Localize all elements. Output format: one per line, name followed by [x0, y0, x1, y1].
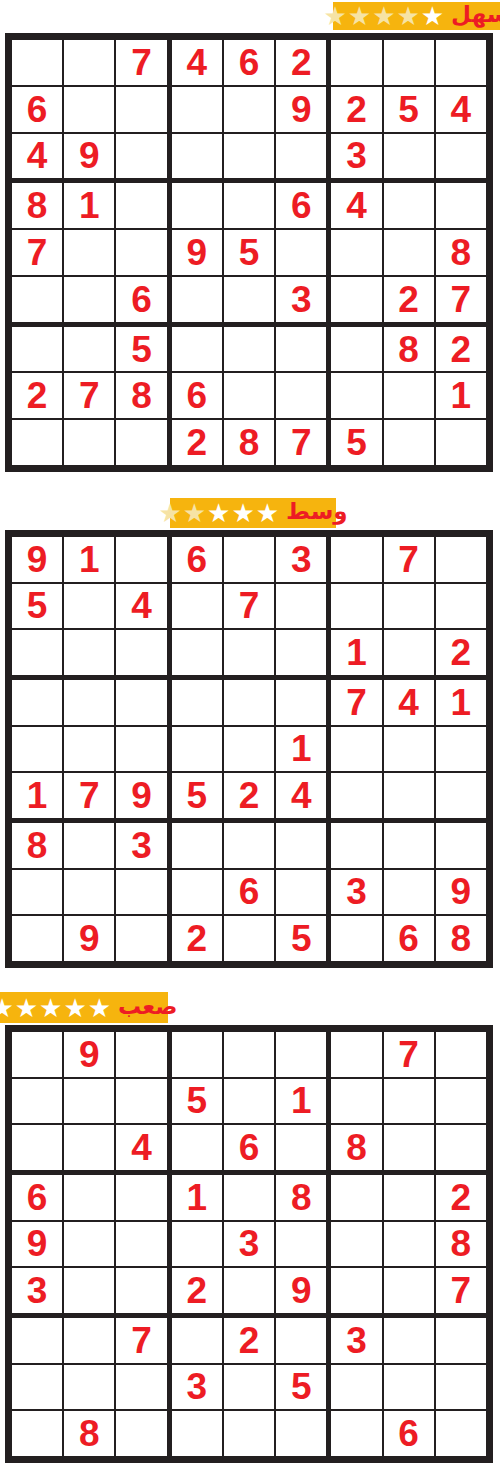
easy-cell-r6c8[interactable]: 2: [384, 277, 434, 322]
medium-cell-r5c5[interactable]: [224, 727, 274, 772]
easy-cell-r9c2[interactable]: [64, 420, 114, 465]
easy-cell-r9c1[interactable]: [12, 420, 62, 465]
easy-cell-r6c5[interactable]: [224, 277, 274, 322]
sudoku-box-7: 839: [12, 823, 167, 961]
hard-cell-r2c8[interactable]: [384, 1079, 434, 1124]
hard-cell-r9c8[interactable]: 6: [384, 1411, 434, 1456]
hard-cell-r4c5[interactable]: [224, 1175, 274, 1220]
medium-cell-r2c6[interactable]: [276, 584, 326, 629]
medium-cell-r6c4[interactable]: 5: [172, 773, 222, 818]
hard-cell-r3c2[interactable]: [64, 1125, 114, 1170]
medium-cell-r8c9[interactable]: 9: [436, 870, 486, 915]
medium-cell-r7c5[interactable]: [224, 823, 274, 868]
sudoku-box-4: 8176: [12, 183, 167, 321]
medium-cell-r6c8[interactable]: [384, 773, 434, 818]
star-icon: ★: [231, 499, 254, 527]
sudoku-box-5: 6953: [172, 183, 327, 321]
hard-cell-r2c4[interactable]: 5: [172, 1079, 222, 1124]
hard-cell-r4c9[interactable]: 2: [436, 1175, 486, 1220]
medium-cell-r8c5[interactable]: 6: [224, 870, 274, 915]
medium-cell-r8c1[interactable]: [12, 870, 62, 915]
sudoku-box-1: 94: [12, 1032, 167, 1170]
medium-cell-r4c4[interactable]: [172, 680, 222, 725]
medium-cell-r2c9[interactable]: [436, 584, 486, 629]
medium-cell-r5c4[interactable]: [172, 727, 222, 772]
medium-cell-r3c4[interactable]: [172, 630, 222, 675]
easy-cell-r2c5[interactable]: [224, 87, 274, 132]
sudoku-grid-hard: 9451678693183292877823536: [5, 1025, 493, 1463]
medium-cell-r3c8[interactable]: [384, 630, 434, 675]
easy-cell-r6c4[interactable]: [172, 277, 222, 322]
hard-cell-r3c9[interactable]: [436, 1125, 486, 1170]
medium-cell-r2c7[interactable]: [331, 584, 381, 629]
easy-cell-r1c5[interactable]: 6: [224, 40, 274, 85]
medium-cell-r5c9[interactable]: [436, 727, 486, 772]
medium-cell-r2c4[interactable]: [172, 584, 222, 629]
hard-cell-r4c1[interactable]: 6: [12, 1175, 62, 1220]
sudoku-box-3: 712: [331, 537, 486, 675]
easy-cell-r5c5[interactable]: 5: [224, 230, 274, 275]
hard-cell-r4c8[interactable]: [384, 1175, 434, 1220]
medium-cell-r1c1[interactable]: 9: [12, 537, 62, 582]
easy-cell-r3c4[interactable]: [172, 134, 222, 179]
hard-cell-r5c3[interactable]: [116, 1222, 166, 1267]
easy-cell-r5c9[interactable]: 8: [436, 230, 486, 275]
hard-cell-r5c1[interactable]: 9: [12, 1222, 62, 1267]
hard-cell-r9c2[interactable]: 8: [64, 1411, 114, 1456]
medium-cell-r5c7[interactable]: [331, 727, 381, 772]
easy-cell-r4c6[interactable]: 6: [276, 183, 326, 228]
medium-cell-r8c2[interactable]: [64, 870, 114, 915]
hard-cell-r7c7[interactable]: 3: [331, 1318, 381, 1363]
sudoku-grid-easy: 764946292543817669534827527862878215: [5, 33, 493, 472]
easy-cell-r8c5[interactable]: [224, 373, 274, 418]
medium-cell-r2c2[interactable]: [64, 584, 114, 629]
hard-cell-r5c5[interactable]: 3: [224, 1222, 274, 1267]
sudoku-box-4: 179: [12, 680, 167, 818]
medium-cell-r2c1[interactable]: 5: [12, 584, 62, 629]
easy-cell-r2c3[interactable]: [116, 87, 166, 132]
hard-cell-r1c9[interactable]: [436, 1032, 486, 1077]
hard-cell-r6c8[interactable]: [384, 1268, 434, 1313]
difficulty-label-easy: سهل: [451, 3, 500, 29]
star-icon: ★: [207, 499, 230, 527]
star-icon: ★: [396, 2, 419, 30]
hard-cell-r6c1[interactable]: 3: [12, 1268, 62, 1313]
difficulty-banner-hard: ★★★★★ صعب: [0, 992, 168, 1023]
easy-cell-r7c3[interactable]: 5: [116, 327, 166, 372]
star-icon: ★: [39, 994, 62, 1022]
star-icon: ★: [15, 994, 38, 1022]
medium-cell-r7c6[interactable]: [276, 823, 326, 868]
medium-cell-r7c1[interactable]: 8: [12, 823, 62, 868]
sudoku-box-3: 78: [331, 1032, 486, 1170]
hard-cell-r2c3[interactable]: [116, 1079, 166, 1124]
easy-cell-r6c3[interactable]: 6: [116, 277, 166, 322]
hard-cell-r3c3[interactable]: 4: [116, 1125, 166, 1170]
hard-cell-r3c8[interactable]: [384, 1125, 434, 1170]
star-icon: ★: [183, 499, 206, 527]
hard-cell-r4c6[interactable]: 8: [276, 1175, 326, 1220]
star-icon: ★: [421, 2, 444, 30]
easy-cell-r2c2[interactable]: [64, 87, 114, 132]
medium-cell-r7c9[interactable]: [436, 823, 486, 868]
hard-cell-r4c3[interactable]: [116, 1175, 166, 1220]
easy-cell-r4c1[interactable]: 8: [12, 183, 62, 228]
easy-cell-r9c6[interactable]: 7: [276, 420, 326, 465]
sudoku-box-9: 36: [331, 1318, 486, 1456]
hard-cell-r8c9[interactable]: [436, 1365, 486, 1410]
medium-cell-r6c2[interactable]: 7: [64, 773, 114, 818]
medium-cell-r2c3[interactable]: 4: [116, 584, 166, 629]
hard-cell-r1c5[interactable]: [224, 1032, 274, 1077]
easy-cell-r2c7[interactable]: 2: [331, 87, 381, 132]
medium-cell-r9c9[interactable]: 8: [436, 916, 486, 961]
sudoku-box-7: 5278: [12, 327, 167, 465]
medium-cell-r1c6[interactable]: 3: [276, 537, 326, 582]
medium-cell-r6c5[interactable]: 2: [224, 773, 274, 818]
easy-cell-r1c4[interactable]: 4: [172, 40, 222, 85]
hard-cell-r3c4[interactable]: [172, 1125, 222, 1170]
medium-cell-r4c6[interactable]: [276, 680, 326, 725]
hard-cell-r2c9[interactable]: [436, 1079, 486, 1124]
sudoku-box-5: 18329: [172, 1175, 327, 1313]
star-icon: ★: [256, 499, 279, 527]
medium-cell-r8c6[interactable]: [276, 870, 326, 915]
hard-cell-r1c7[interactable]: [331, 1032, 381, 1077]
medium-cell-r9c2[interactable]: 9: [64, 916, 114, 961]
hard-cell-r7c8[interactable]: [384, 1318, 434, 1363]
sudoku-grid-medium: 915463771217915247418396253968: [5, 530, 493, 968]
star-icon: ★: [63, 994, 86, 1022]
easy-cell-r4c2[interactable]: 1: [64, 183, 114, 228]
sudoku-box-9: 8215: [331, 327, 486, 465]
easy-cell-r6c9[interactable]: 7: [436, 277, 486, 322]
easy-cell-r3c7[interactable]: 3: [331, 134, 381, 179]
easy-cell-r7c4[interactable]: [172, 327, 222, 372]
easy-cell-r8c4[interactable]: 6: [172, 373, 222, 418]
star-rating-easy: ★★★★★: [324, 2, 445, 30]
medium-cell-r8c7[interactable]: 3: [331, 870, 381, 915]
easy-cell-r9c9[interactable]: [436, 420, 486, 465]
medium-cell-r8c4[interactable]: [172, 870, 222, 915]
hard-cell-r9c7[interactable]: [331, 1411, 381, 1456]
hard-cell-r2c1[interactable]: [12, 1079, 62, 1124]
medium-cell-r9c5[interactable]: [224, 916, 274, 961]
easy-cell-r6c6[interactable]: 3: [276, 277, 326, 322]
sudoku-box-9: 3968: [331, 823, 486, 961]
medium-cell-r5c6[interactable]: 1: [276, 727, 326, 772]
medium-cell-r3c2[interactable]: [64, 630, 114, 675]
easy-cell-r6c7[interactable]: [331, 277, 381, 322]
star-icon: ★: [158, 499, 181, 527]
easy-cell-r7c6[interactable]: [276, 327, 326, 372]
star-icon: ★: [0, 994, 14, 1022]
hard-cell-r1c3[interactable]: [116, 1032, 166, 1077]
hard-cell-r8c2[interactable]: [64, 1365, 114, 1410]
hard-cell-r2c7[interactable]: [331, 1079, 381, 1124]
star-icon: ★: [88, 994, 111, 1022]
hard-cell-r1c6[interactable]: [276, 1032, 326, 1077]
easy-cell-r9c3[interactable]: [116, 420, 166, 465]
easy-cell-r2c9[interactable]: 4: [436, 87, 486, 132]
easy-cell-r4c4[interactable]: [172, 183, 222, 228]
easy-cell-r1c7[interactable]: [331, 40, 381, 85]
easy-cell-r5c3[interactable]: [116, 230, 166, 275]
hard-cell-r7c9[interactable]: [436, 1318, 486, 1363]
easy-cell-r7c2[interactable]: [64, 327, 114, 372]
medium-cell-r9c8[interactable]: 6: [384, 916, 434, 961]
medium-cell-r3c3[interactable]: [116, 630, 166, 675]
easy-cell-r7c9[interactable]: 2: [436, 327, 486, 372]
medium-cell-r1c8[interactable]: 7: [384, 537, 434, 582]
easy-cell-r4c5[interactable]: [224, 183, 274, 228]
hard-cell-r5c2[interactable]: [64, 1222, 114, 1267]
sudoku-box-3: 2543: [331, 40, 486, 178]
medium-cell-r6c1[interactable]: 1: [12, 773, 62, 818]
hard-cell-r6c2[interactable]: [64, 1268, 114, 1313]
sudoku-box-5: 1524: [172, 680, 327, 818]
hard-cell-r1c2[interactable]: 9: [64, 1032, 114, 1077]
easy-cell-r4c9[interactable]: [436, 183, 486, 228]
medium-cell-r4c1[interactable]: [12, 680, 62, 725]
hard-cell-r9c6[interactable]: [276, 1411, 326, 1456]
easy-cell-r3c3[interactable]: [116, 134, 166, 179]
star-icon: ★: [372, 2, 395, 30]
sudoku-box-8: 6287: [172, 327, 327, 465]
hard-cell-r8c4[interactable]: 3: [172, 1365, 222, 1410]
medium-cell-r3c1[interactable]: [12, 630, 62, 675]
hard-cell-r9c1[interactable]: [12, 1411, 62, 1456]
easy-cell-r8c7[interactable]: [331, 373, 381, 418]
sudoku-box-2: 516: [172, 1032, 327, 1170]
medium-cell-r7c7[interactable]: [331, 823, 381, 868]
hard-cell-r9c5[interactable]: [224, 1411, 274, 1456]
medium-cell-r1c3[interactable]: [116, 537, 166, 582]
medium-cell-r3c6[interactable]: [276, 630, 326, 675]
medium-cell-r7c3[interactable]: 3: [116, 823, 166, 868]
hard-cell-r1c1[interactable]: [12, 1032, 62, 1077]
easy-cell-r5c2[interactable]: [64, 230, 114, 275]
hard-cell-r6c9[interactable]: 7: [436, 1268, 486, 1313]
hard-cell-r8c3[interactable]: [116, 1365, 166, 1410]
sudoku-box-2: 637: [172, 537, 327, 675]
medium-cell-r7c2[interactable]: [64, 823, 114, 868]
difficulty-banner-medium: ★★★★★ وسط: [170, 498, 336, 528]
medium-cell-r5c3[interactable]: [116, 727, 166, 772]
sudoku-box-6: 287: [331, 1175, 486, 1313]
sudoku-box-2: 4629: [172, 40, 327, 178]
easy-cell-r1c9[interactable]: [436, 40, 486, 85]
easy-cell-r9c8[interactable]: [384, 420, 434, 465]
hard-cell-r5c8[interactable]: [384, 1222, 434, 1267]
easy-cell-r5c7[interactable]: [331, 230, 381, 275]
easy-cell-r3c9[interactable]: [436, 134, 486, 179]
hard-cell-r6c3[interactable]: [116, 1268, 166, 1313]
medium-cell-r6c9[interactable]: [436, 773, 486, 818]
medium-cell-r9c7[interactable]: [331, 916, 381, 961]
hard-cell-r9c3[interactable]: [116, 1411, 166, 1456]
medium-cell-r4c3[interactable]: [116, 680, 166, 725]
easy-cell-r9c5[interactable]: 8: [224, 420, 274, 465]
easy-cell-r1c6[interactable]: 2: [276, 40, 326, 85]
medium-cell-r7c4[interactable]: [172, 823, 222, 868]
medium-cell-r5c2[interactable]: [64, 727, 114, 772]
easy-cell-r8c9[interactable]: 1: [436, 373, 486, 418]
hard-cell-r4c2[interactable]: [64, 1175, 114, 1220]
medium-cell-r1c9[interactable]: [436, 537, 486, 582]
hard-cell-r5c7[interactable]: [331, 1222, 381, 1267]
hard-cell-r7c2[interactable]: [64, 1318, 114, 1363]
sudoku-box-1: 7649: [12, 40, 167, 178]
hard-cell-r3c7[interactable]: 8: [331, 1125, 381, 1170]
medium-cell-r7c8[interactable]: [384, 823, 434, 868]
sudoku-box-4: 693: [12, 1175, 167, 1313]
medium-cell-r9c6[interactable]: 5: [276, 916, 326, 961]
hard-cell-r1c4[interactable]: [172, 1032, 222, 1077]
hard-cell-r9c9[interactable]: [436, 1411, 486, 1456]
hard-cell-r5c4[interactable]: [172, 1222, 222, 1267]
medium-cell-r4c5[interactable]: [224, 680, 274, 725]
hard-cell-r2c5[interactable]: [224, 1079, 274, 1124]
hard-cell-r6c6[interactable]: 9: [276, 1268, 326, 1313]
hard-cell-r7c1[interactable]: [12, 1318, 62, 1363]
medium-cell-r9c1[interactable]: [12, 916, 62, 961]
hard-cell-r8c8[interactable]: [384, 1365, 434, 1410]
easy-cell-r8c1[interactable]: 2: [12, 373, 62, 418]
easy-cell-r2c6[interactable]: 9: [276, 87, 326, 132]
hard-cell-r3c5[interactable]: 6: [224, 1125, 274, 1170]
medium-cell-r6c3[interactable]: 9: [116, 773, 166, 818]
easy-cell-r4c3[interactable]: [116, 183, 166, 228]
easy-cell-r3c6[interactable]: [276, 134, 326, 179]
sudoku-box-8: 235: [172, 1318, 327, 1456]
hard-cell-r2c2[interactable]: [64, 1079, 114, 1124]
hard-cell-r7c4[interactable]: [172, 1318, 222, 1363]
easy-cell-r9c4[interactable]: 2: [172, 420, 222, 465]
easy-cell-r8c3[interactable]: 8: [116, 373, 166, 418]
medium-cell-r1c7[interactable]: [331, 537, 381, 582]
sudoku-box-8: 625: [172, 823, 327, 961]
easy-cell-r9c7[interactable]: 5: [331, 420, 381, 465]
easy-cell-r2c1[interactable]: 6: [12, 87, 62, 132]
hard-cell-r7c6[interactable]: [276, 1318, 326, 1363]
medium-cell-r5c8[interactable]: [384, 727, 434, 772]
medium-cell-r3c7[interactable]: 1: [331, 630, 381, 675]
easy-cell-r1c1[interactable]: [12, 40, 62, 85]
hard-cell-r7c3[interactable]: 7: [116, 1318, 166, 1363]
easy-cell-r7c8[interactable]: 8: [384, 327, 434, 372]
medium-cell-r9c3[interactable]: [116, 916, 166, 961]
easy-cell-r3c2[interactable]: 9: [64, 134, 114, 179]
easy-cell-r1c2[interactable]: [64, 40, 114, 85]
easy-cell-r7c1[interactable]: [12, 327, 62, 372]
easy-cell-r3c1[interactable]: 4: [12, 134, 62, 179]
easy-cell-r8c8[interactable]: [384, 373, 434, 418]
easy-cell-r7c5[interactable]: [224, 327, 274, 372]
medium-cell-r9c4[interactable]: 2: [172, 916, 222, 961]
hard-cell-r6c7[interactable]: [331, 1268, 381, 1313]
easy-cell-r1c8[interactable]: [384, 40, 434, 85]
easy-cell-r6c2[interactable]: [64, 277, 114, 322]
easy-cell-r2c4[interactable]: [172, 87, 222, 132]
hard-cell-r8c5[interactable]: [224, 1365, 274, 1410]
star-rating-medium: ★★★★★: [158, 499, 279, 527]
easy-cell-r5c1[interactable]: 7: [12, 230, 62, 275]
star-icon: ★: [324, 2, 347, 30]
medium-cell-r1c2[interactable]: 1: [64, 537, 114, 582]
medium-cell-r6c6[interactable]: 4: [276, 773, 326, 818]
hard-cell-r8c6[interactable]: 5: [276, 1365, 326, 1410]
hard-cell-r3c1[interactable]: [12, 1125, 62, 1170]
difficulty-label-medium: وسط: [286, 500, 348, 526]
star-icon: ★: [348, 2, 371, 30]
medium-cell-r2c5[interactable]: 7: [224, 584, 274, 629]
easy-cell-r3c8[interactable]: [384, 134, 434, 179]
easy-cell-r8c6[interactable]: [276, 373, 326, 418]
hard-cell-r3c6[interactable]: [276, 1125, 326, 1170]
medium-cell-r8c3[interactable]: [116, 870, 166, 915]
sudoku-box-7: 78: [12, 1318, 167, 1456]
sudoku-box-6: 4827: [331, 183, 486, 321]
easy-cell-r5c8[interactable]: [384, 230, 434, 275]
medium-cell-r3c9[interactable]: 2: [436, 630, 486, 675]
easy-cell-r1c3[interactable]: 7: [116, 40, 166, 85]
hard-cell-r7c5[interactable]: 2: [224, 1318, 274, 1363]
medium-cell-r4c7[interactable]: 7: [331, 680, 381, 725]
hard-cell-r6c5[interactable]: [224, 1268, 274, 1313]
star-rating-hard: ★★★★★: [0, 994, 111, 1022]
difficulty-label-hard: صعب: [118, 995, 178, 1021]
easy-cell-r2c8[interactable]: 5: [384, 87, 434, 132]
easy-cell-r8c2[interactable]: 7: [64, 373, 114, 418]
easy-cell-r3c5[interactable]: [224, 134, 274, 179]
medium-cell-r4c8[interactable]: 4: [384, 680, 434, 725]
hard-cell-r8c1[interactable]: [12, 1365, 62, 1410]
hard-cell-r9c4[interactable]: [172, 1411, 222, 1456]
hard-cell-r1c8[interactable]: 7: [384, 1032, 434, 1077]
medium-cell-r6c7[interactable]: [331, 773, 381, 818]
medium-cell-r5c1[interactable]: [12, 727, 62, 772]
hard-cell-r8c7[interactable]: [331, 1365, 381, 1410]
easy-cell-r4c7[interactable]: 4: [331, 183, 381, 228]
difficulty-banner-easy: ★★★★★ سهل: [333, 2, 500, 30]
hard-cell-r4c4[interactable]: 1: [172, 1175, 222, 1220]
medium-cell-r3c5[interactable]: [224, 630, 274, 675]
easy-cell-r4c8[interactable]: [384, 183, 434, 228]
medium-cell-r8c8[interactable]: [384, 870, 434, 915]
hard-cell-r6c4[interactable]: 2: [172, 1268, 222, 1313]
easy-cell-r5c6[interactable]: [276, 230, 326, 275]
medium-cell-r2c8[interactable]: [384, 584, 434, 629]
sudoku-box-6: 741: [331, 680, 486, 818]
medium-cell-r4c2[interactable]: [64, 680, 114, 725]
medium-cell-r4c9[interactable]: 1: [436, 680, 486, 725]
hard-cell-r5c6[interactable]: [276, 1222, 326, 1267]
easy-cell-r7c7[interactable]: [331, 327, 381, 372]
medium-cell-r1c4[interactable]: 6: [172, 537, 222, 582]
hard-cell-r4c7[interactable]: [331, 1175, 381, 1220]
medium-cell-r1c5[interactable]: [224, 537, 274, 582]
easy-cell-r6c1[interactable]: [12, 277, 62, 322]
hard-cell-r2c6[interactable]: 1: [276, 1079, 326, 1124]
sudoku-box-1: 9154: [12, 537, 167, 675]
hard-cell-r5c9[interactable]: 8: [436, 1222, 486, 1267]
easy-cell-r5c4[interactable]: 9: [172, 230, 222, 275]
